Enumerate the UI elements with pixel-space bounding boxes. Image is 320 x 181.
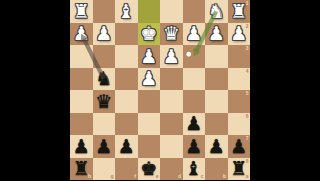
square-f8[interactable]: f bbox=[115, 158, 138, 181]
square-c6[interactable]: ♟ bbox=[183, 113, 206, 136]
black-rook[interactable]: ♜ bbox=[230, 159, 247, 178]
square-e8[interactable]: ♚e bbox=[138, 158, 161, 181]
square-b1[interactable]: ♞ bbox=[205, 0, 228, 23]
black-bishop[interactable]: ♝ bbox=[185, 159, 202, 178]
white-pawn[interactable]: ♟ bbox=[73, 24, 90, 43]
white-queen[interactable]: ♛ bbox=[163, 24, 180, 43]
rank-label-2: 2 bbox=[246, 24, 249, 29]
square-g7[interactable]: ♟ bbox=[93, 135, 116, 158]
file-label-g: g bbox=[110, 174, 113, 179]
square-b2[interactable]: ♟ bbox=[205, 23, 228, 46]
square-b3[interactable] bbox=[205, 45, 228, 68]
black-king[interactable]: ♚ bbox=[140, 159, 157, 178]
white-rook[interactable]: ♜ bbox=[230, 2, 247, 21]
rank-label-1: 1 bbox=[246, 1, 249, 6]
square-h4[interactable] bbox=[70, 68, 93, 91]
square-h6[interactable] bbox=[70, 113, 93, 136]
square-h1[interactable]: ♜ bbox=[70, 0, 93, 23]
square-e2[interactable]: ♚ bbox=[138, 23, 161, 46]
square-e7[interactable] bbox=[138, 135, 161, 158]
square-g3[interactable] bbox=[93, 45, 116, 68]
square-c7[interactable]: ♟ bbox=[183, 135, 206, 158]
square-c4[interactable] bbox=[183, 68, 206, 91]
rank-label-8: 8 bbox=[246, 159, 249, 164]
square-h8[interactable]: ♜h bbox=[70, 158, 93, 181]
black-queen[interactable]: ♛ bbox=[95, 92, 112, 111]
square-h3[interactable] bbox=[70, 45, 93, 68]
square-a4[interactable]: 4 bbox=[228, 68, 251, 91]
square-b7[interactable]: ♟ bbox=[205, 135, 228, 158]
square-e3[interactable]: ♟ bbox=[138, 45, 161, 68]
rank-label-6: 6 bbox=[246, 114, 249, 119]
chess-board: ♜♝♞♜1♟♟♚♛♟♟♟2♟♟3♞♟4♛5♟6♟♟♟♟♟♟7♜hgf♚ed♝cb… bbox=[70, 0, 250, 180]
square-f5[interactable] bbox=[115, 90, 138, 113]
square-e5[interactable] bbox=[138, 90, 161, 113]
rank-label-5: 5 bbox=[246, 91, 249, 96]
square-f7[interactable]: ♟ bbox=[115, 135, 138, 158]
white-bishop[interactable]: ♝ bbox=[118, 2, 135, 21]
white-pawn[interactable]: ♟ bbox=[140, 69, 157, 88]
white-pawn[interactable]: ♟ bbox=[163, 47, 180, 66]
square-d1[interactable] bbox=[160, 0, 183, 23]
black-knight[interactable]: ♞ bbox=[95, 69, 112, 88]
black-pawn[interactable]: ♟ bbox=[185, 137, 202, 156]
white-rook[interactable]: ♜ bbox=[73, 2, 90, 21]
square-b6[interactable] bbox=[205, 113, 228, 136]
square-c8[interactable]: ♝c bbox=[183, 158, 206, 181]
square-a1[interactable]: ♜1 bbox=[228, 0, 251, 23]
white-knight[interactable]: ♞ bbox=[208, 2, 225, 21]
file-label-e: e bbox=[156, 174, 159, 179]
file-label-h: h bbox=[88, 174, 91, 179]
rank-label-4: 4 bbox=[246, 69, 249, 74]
square-d2[interactable]: ♛ bbox=[160, 23, 183, 46]
square-c5[interactable] bbox=[183, 90, 206, 113]
square-d6[interactable] bbox=[160, 113, 183, 136]
square-a2[interactable]: ♟2 bbox=[228, 23, 251, 46]
square-a5[interactable]: 5 bbox=[228, 90, 251, 113]
square-d4[interactable] bbox=[160, 68, 183, 91]
square-g6[interactable] bbox=[93, 113, 116, 136]
square-d8[interactable]: d bbox=[160, 158, 183, 181]
square-e1[interactable] bbox=[138, 0, 161, 23]
file-label-b: b bbox=[223, 174, 226, 179]
black-pawn[interactable]: ♟ bbox=[230, 137, 247, 156]
square-f2[interactable] bbox=[115, 23, 138, 46]
white-king[interactable]: ♚ bbox=[140, 24, 157, 43]
square-b8[interactable]: b bbox=[205, 158, 228, 181]
square-c1[interactable] bbox=[183, 0, 206, 23]
square-b4[interactable] bbox=[205, 68, 228, 91]
square-d3[interactable]: ♟ bbox=[160, 45, 183, 68]
white-pawn[interactable]: ♟ bbox=[208, 24, 225, 43]
black-pawn[interactable]: ♟ bbox=[208, 137, 225, 156]
square-c3[interactable] bbox=[183, 45, 206, 68]
square-g8[interactable]: g bbox=[93, 158, 116, 181]
square-a6[interactable]: 6 bbox=[228, 113, 251, 136]
square-h7[interactable]: ♟ bbox=[70, 135, 93, 158]
square-e4[interactable]: ♟ bbox=[138, 68, 161, 91]
square-f4[interactable] bbox=[115, 68, 138, 91]
square-e6[interactable] bbox=[138, 113, 161, 136]
white-pawn[interactable]: ♟ bbox=[185, 24, 202, 43]
file-label-d: d bbox=[178, 174, 181, 179]
file-label-c: c bbox=[201, 174, 204, 179]
black-pawn[interactable]: ♟ bbox=[118, 137, 135, 156]
rank-label-7: 7 bbox=[246, 136, 249, 141]
square-h5[interactable] bbox=[70, 90, 93, 113]
white-pawn[interactable]: ♟ bbox=[140, 47, 157, 66]
white-pawn[interactable]: ♟ bbox=[95, 24, 112, 43]
screen: ♜♝♞♜1♟♟♚♛♟♟♟2♟♟3♞♟4♛5♟6♟♟♟♟♟♟7♜hgf♚ed♝cb… bbox=[0, 0, 320, 180]
square-g2[interactable]: ♟ bbox=[93, 23, 116, 46]
square-g4[interactable]: ♞ bbox=[93, 68, 116, 91]
square-d5[interactable] bbox=[160, 90, 183, 113]
square-a7[interactable]: ♟7 bbox=[228, 135, 251, 158]
file-label-f: f bbox=[134, 174, 136, 179]
file-label-a: a bbox=[246, 174, 249, 179]
square-f1[interactable]: ♝ bbox=[115, 0, 138, 23]
square-b5[interactable] bbox=[205, 90, 228, 113]
square-f3[interactable] bbox=[115, 45, 138, 68]
black-pawn[interactable]: ♟ bbox=[95, 137, 112, 156]
square-h2[interactable]: ♟ bbox=[70, 23, 93, 46]
square-a3[interactable]: 3 bbox=[228, 45, 251, 68]
square-g5[interactable]: ♛ bbox=[93, 90, 116, 113]
rank-label-3: 3 bbox=[246, 46, 249, 51]
square-d7[interactable] bbox=[160, 135, 183, 158]
square-f6[interactable] bbox=[115, 113, 138, 136]
black-pawn[interactable]: ♟ bbox=[185, 114, 202, 133]
white-pawn[interactable]: ♟ bbox=[230, 24, 247, 43]
black-pawn[interactable]: ♟ bbox=[73, 137, 90, 156]
square-c2[interactable]: ♟ bbox=[183, 23, 206, 46]
square-g1[interactable] bbox=[93, 0, 116, 23]
square-a8[interactable]: ♜8a bbox=[228, 158, 251, 181]
